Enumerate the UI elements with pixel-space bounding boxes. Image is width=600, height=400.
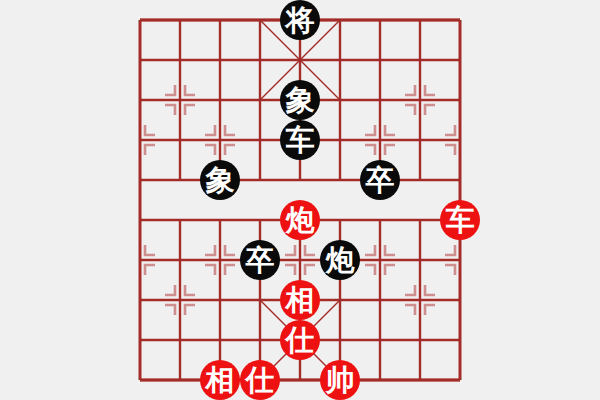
piece-red-advisor[interactable]: 仕 [240, 360, 280, 400]
piece-black-soldier[interactable]: 卒 [240, 240, 280, 280]
piece-black-elephant[interactable]: 象 [200, 160, 240, 200]
piece-black-general[interactable]: 将 [280, 0, 320, 40]
piece-red-elephant[interactable]: 相 [200, 360, 240, 400]
xiangqi-board: 将象车象卒炮车卒炮相仕相仕帅 [0, 0, 600, 400]
piece-red-chariot[interactable]: 车 [440, 200, 480, 240]
piece-black-elephant[interactable]: 象 [280, 80, 320, 120]
piece-red-cannon[interactable]: 炮 [280, 200, 320, 240]
piece-red-general[interactable]: 帅 [320, 360, 360, 400]
piece-red-elephant[interactable]: 相 [280, 280, 320, 320]
piece-black-cannon[interactable]: 炮 [320, 240, 360, 280]
piece-layer: 将象车象卒炮车卒炮相仕相仕帅 [120, 0, 480, 400]
piece-red-advisor[interactable]: 仕 [280, 320, 320, 360]
piece-black-chariot[interactable]: 车 [280, 120, 320, 160]
piece-black-soldier[interactable]: 卒 [360, 160, 400, 200]
